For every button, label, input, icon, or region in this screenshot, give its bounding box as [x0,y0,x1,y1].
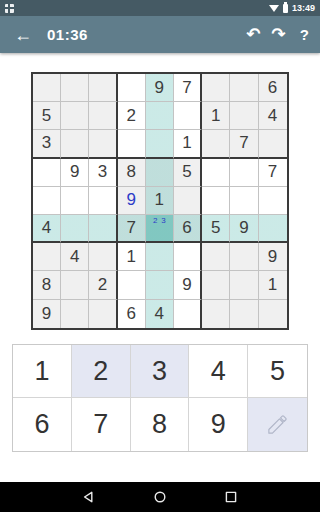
cell-r4c1[interactable] [33,159,61,187]
cell-r1c7[interactable] [202,74,230,102]
cell-r8c1[interactable]: 8 [33,271,61,299]
cell-value: 4 [155,304,164,324]
cell-value: 5 [211,218,220,238]
cell-r3c4[interactable] [118,130,146,158]
numpad-9-button[interactable]: 9 [189,398,248,451]
cell-value: 1 [211,106,220,126]
cell-r9c7[interactable] [202,300,230,328]
cell-r8c8[interactable] [230,271,258,299]
cell-value: 9 [239,218,248,238]
cell-r5c6[interactable] [174,187,202,215]
cell-r8c5[interactable] [146,271,174,299]
cell-r7c9[interactable]: 9 [259,243,287,271]
cell-r5c5[interactable]: 1 [146,187,174,215]
redo-icon[interactable]: ↷ [272,26,286,43]
cell-r4c8[interactable] [230,159,258,187]
cell-r6c6[interactable]: 6 [174,215,202,243]
numpad-3-button[interactable]: 3 [131,345,190,398]
cell-r5c1[interactable] [33,187,61,215]
cell-r4c9[interactable]: 7 [259,159,287,187]
cell-r8c6[interactable]: 9 [174,271,202,299]
cell-value: 9 [182,275,191,295]
cell-r2c8[interactable] [230,102,258,130]
cell-r6c7[interactable]: 5 [202,215,230,243]
cell-value: 7 [239,133,248,153]
cell-value: 3 [42,133,51,153]
cell-r9c2[interactable] [61,300,89,328]
cell-r3c5[interactable] [146,130,174,158]
cell-value: 6 [126,304,135,324]
app-notification-icon [5,4,14,13]
cell-r1c5[interactable]: 9 [146,74,174,102]
cell-r2c3[interactable] [89,102,117,130]
cell-value: 1 [155,190,164,210]
sudoku-board: 9765214317938579147236594198291964 [31,72,289,330]
cell-r7c8[interactable] [230,243,258,271]
cell-r6c1[interactable]: 4 [33,215,61,243]
cell-r1c3[interactable] [89,74,117,102]
app-bar: ← 01:36 ↶ ↷ ? [0,16,320,53]
cell-r5c8[interactable] [230,187,258,215]
cell-r3c8[interactable]: 7 [230,130,258,158]
cell-value: 1 [268,275,277,295]
cell-r6c4[interactable]: 7 [118,215,146,243]
cell-r4c6[interactable]: 5 [174,159,202,187]
cell-value: 7 [268,162,277,182]
numpad-4-button[interactable]: 4 [189,345,248,398]
cell-r2c5[interactable] [146,102,174,130]
cell-r9c9[interactable] [259,300,287,328]
numpad-pencil-button[interactable] [248,398,307,451]
numpad-7-button[interactable]: 7 [72,398,131,451]
cell-r4c3[interactable]: 3 [89,159,117,187]
cell-r6c2[interactable] [61,215,89,243]
cell-r1c4[interactable] [118,74,146,102]
cell-r9c8[interactable] [230,300,258,328]
cell-r4c5[interactable] [146,159,174,187]
cell-value: 4 [70,247,79,267]
cell-r7c5[interactable] [146,243,174,271]
help-icon[interactable]: ? [300,27,309,42]
cell-r9c6[interactable] [174,300,202,328]
sudoku-app-screen: 13:49 ← 01:36 ↶ ↷ ? 97652143179385791472… [0,0,320,512]
numpad-1-button[interactable]: 1 [13,345,72,398]
cell-r2c6[interactable] [174,102,202,130]
cell-value: 4 [42,218,51,238]
cell-r7c6[interactable] [174,243,202,271]
cell-r6c8[interactable]: 9 [230,215,258,243]
app-bar-actions: ↶ ↷ ? [246,26,309,43]
cell-r8c2[interactable] [61,271,89,299]
cell-r5c7[interactable] [202,187,230,215]
cell-r5c2[interactable] [61,187,89,215]
cell-value: 7 [126,218,135,238]
cell-r3c6[interactable]: 1 [174,130,202,158]
cell-r8c3[interactable]: 2 [89,271,117,299]
cell-value: 9 [268,247,277,267]
cell-r7c2[interactable]: 4 [61,243,89,271]
cell-r4c2[interactable]: 9 [61,159,89,187]
cell-r5c9[interactable] [259,187,287,215]
cell-r3c1[interactable]: 3 [33,130,61,158]
status-bar-right: 13:49 [269,0,315,16]
cell-r2c1[interactable]: 5 [33,102,61,130]
cell-r9c5[interactable]: 4 [146,300,174,328]
cell-r1c2[interactable] [61,74,89,102]
pencil-marks: 23 [146,216,173,225]
status-clock: 13:49 [292,0,315,16]
status-bar-left [5,4,14,13]
nav-back-icon[interactable] [83,491,95,503]
numpad-6-button[interactable]: 6 [13,398,72,451]
cell-value: 5 [42,106,51,126]
cell-value: 9 [126,190,135,210]
cell-r3c3[interactable] [89,130,117,158]
numpad-5-button[interactable]: 5 [248,345,307,398]
cell-r2c2[interactable] [61,102,89,130]
cell-r8c7[interactable] [202,271,230,299]
numpad: 123456789 [12,344,308,452]
cell-r3c2[interactable] [61,130,89,158]
cell-value: 1 [126,247,135,267]
cell-value: 2 [98,275,107,295]
cell-r3c7[interactable] [202,130,230,158]
cell-r6c3[interactable] [89,215,117,243]
cell-value: 7 [182,78,191,98]
game-timer: 01:36 [47,26,88,43]
cell-r2c7[interactable]: 1 [202,102,230,130]
cell-r9c3[interactable] [89,300,117,328]
cell-r1c9[interactable]: 6 [259,74,287,102]
cell-value: 9 [70,162,79,182]
cell-r8c9[interactable]: 1 [259,271,287,299]
cell-r1c1[interactable] [33,74,61,102]
cell-r7c1[interactable] [33,243,61,271]
nav-recents-icon[interactable] [225,491,237,503]
cell-r6c9[interactable] [259,215,287,243]
numpad-2-button[interactable]: 2 [72,345,131,398]
cell-r8c4[interactable] [118,271,146,299]
cell-r2c4[interactable]: 2 [118,102,146,130]
cell-value: 8 [126,162,135,182]
cell-r3c9[interactable] [259,130,287,158]
numpad-8-button[interactable]: 8 [131,398,190,451]
cell-value: 9 [42,304,51,324]
cell-r4c7[interactable] [202,159,230,187]
cell-value: 3 [98,162,107,182]
cell-value: 9 [155,78,164,98]
cell-r6c5[interactable]: 23 [146,215,174,243]
wifi-icon [269,5,279,12]
cell-value: 2 [126,106,135,126]
cell-r4c4[interactable]: 8 [118,159,146,187]
cell-value: 1 [182,133,191,153]
back-arrow-icon[interactable]: ← [14,26,32,44]
cell-value: 6 [182,218,191,238]
status-bar: 13:49 [0,0,320,16]
nav-home-icon[interactable] [154,491,166,503]
cell-r5c4[interactable]: 9 [118,187,146,215]
cell-value: 5 [182,162,191,182]
cell-r9c1[interactable]: 9 [33,300,61,328]
cell-r7c4[interactable]: 1 [118,243,146,271]
cell-r7c7[interactable] [202,243,230,271]
battery-icon [283,4,288,13]
undo-icon[interactable]: ↶ [246,26,260,43]
cell-r1c6[interactable]: 7 [174,74,202,102]
cell-r1c8[interactable] [230,74,258,102]
pencil-icon [266,413,289,436]
cell-r5c3[interactable] [89,187,117,215]
cell-r7c3[interactable] [89,243,117,271]
cell-value: 8 [42,275,51,295]
cell-value: 6 [268,78,277,98]
cell-r2c9[interactable]: 4 [259,102,287,130]
android-nav-bar [0,482,320,512]
cell-r9c4[interactable]: 6 [118,300,146,328]
cell-value: 4 [268,106,277,126]
